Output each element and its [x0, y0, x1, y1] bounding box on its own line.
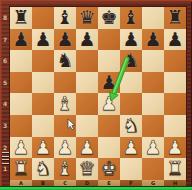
square-a6[interactable] — [10, 50, 32, 72]
piece-black-pawn[interactable]: ♟ — [142, 28, 164, 50]
piece-black-bishop[interactable]: ♝ — [54, 6, 76, 28]
piece-black-bishop[interactable]: ♝ — [120, 6, 142, 28]
square-b4[interactable] — [32, 93, 54, 115]
square-b1[interactable]: ♞ — [32, 158, 54, 180]
piece-black-pawn[interactable]: ♟ — [32, 28, 54, 50]
piece-white-pawn[interactable]: ♟ — [164, 136, 186, 158]
piece-white-pawn[interactable]: ♟ — [76, 136, 98, 158]
square-d8[interactable]: ♛ — [76, 7, 98, 29]
square-a1[interactable]: ♜ — [10, 158, 32, 180]
square-f2[interactable]: ♟ — [120, 137, 142, 159]
square-d7[interactable]: ♟ — [76, 29, 98, 51]
square-h8[interactable]: ♜ — [164, 7, 186, 29]
square-d6[interactable] — [76, 50, 98, 72]
square-h6[interactable] — [164, 50, 186, 72]
square-f1[interactable] — [120, 158, 142, 180]
grip-icon[interactable] — [2, 152, 9, 164]
square-e2[interactable] — [98, 137, 120, 159]
square-e8[interactable]: ♚ — [98, 7, 120, 29]
piece-white-king[interactable]: ♚ — [98, 157, 120, 179]
square-c3[interactable] — [54, 115, 76, 137]
piece-black-rook[interactable]: ♜ — [10, 6, 32, 28]
chess-app-window: { "game": "chess", "window": { "descript… — [0, 0, 192, 190]
rank-label-5: 5 — [0, 72, 10, 94]
square-a3[interactable] — [10, 115, 32, 137]
square-h4[interactable] — [164, 93, 186, 115]
piece-black-queen[interactable]: ♛ — [76, 6, 98, 28]
rank-label-6: 6 — [0, 50, 10, 72]
square-g5[interactable] — [142, 72, 164, 94]
square-g4[interactable] — [142, 93, 164, 115]
square-h3[interactable] — [164, 115, 186, 137]
square-c7[interactable]: ♟ — [54, 29, 76, 51]
piece-white-bishop[interactable]: ♝ — [54, 157, 76, 179]
piece-black-pawn[interactable]: ♟ — [76, 28, 98, 50]
square-c8[interactable]: ♝ — [54, 7, 76, 29]
square-g7[interactable]: ♟ — [142, 29, 164, 51]
rank-label-8: 8 — [0, 7, 10, 29]
rank-label-3: 3 — [0, 115, 10, 137]
square-g8[interactable] — [142, 7, 164, 29]
piece-white-bishop[interactable]: ♝ — [54, 92, 76, 114]
square-d4[interactable] — [76, 93, 98, 115]
square-f6[interactable]: ♞ — [120, 50, 142, 72]
square-e1[interactable]: ♚ — [98, 158, 120, 180]
piece-white-pawn[interactable]: ♟ — [120, 136, 142, 158]
square-a4[interactable] — [10, 93, 32, 115]
piece-white-queen[interactable]: ♛ — [76, 157, 98, 179]
square-g6[interactable] — [142, 50, 164, 72]
square-c1[interactable]: ♝ — [54, 158, 76, 180]
piece-white-pawn[interactable]: ♟ — [10, 136, 32, 158]
square-f4[interactable] — [120, 93, 142, 115]
square-f8[interactable]: ♝ — [120, 7, 142, 29]
square-b7[interactable]: ♟ — [32, 29, 54, 51]
square-e7[interactable] — [98, 29, 120, 51]
piece-black-pawn[interactable]: ♟ — [10, 28, 32, 50]
piece-white-pawn[interactable]: ♟ — [32, 136, 54, 158]
square-c6[interactable]: ♞ — [54, 50, 76, 72]
rank-label-4: 4 — [0, 93, 10, 115]
square-b8[interactable] — [32, 7, 54, 29]
piece-black-pawn[interactable]: ♟ — [120, 28, 142, 50]
square-a2[interactable]: ♟ — [10, 137, 32, 159]
square-g3[interactable] — [142, 115, 164, 137]
square-f7[interactable]: ♟ — [120, 29, 142, 51]
piece-white-knight[interactable]: ♞ — [32, 157, 54, 179]
piece-white-rook[interactable]: ♜ — [10, 157, 32, 179]
square-d3[interactable] — [76, 115, 98, 137]
square-d1[interactable]: ♛ — [76, 158, 98, 180]
square-f5[interactable] — [120, 72, 142, 94]
piece-black-pawn[interactable]: ♟ — [98, 71, 120, 93]
square-g1[interactable] — [142, 158, 164, 180]
square-d2[interactable]: ♟ — [76, 137, 98, 159]
square-b2[interactable]: ♟ — [32, 137, 54, 159]
piece-white-rook[interactable]: ♜ — [164, 157, 186, 179]
square-d5[interactable] — [76, 72, 98, 94]
square-h7[interactable]: ♟ — [164, 29, 186, 51]
square-h5[interactable] — [164, 72, 186, 94]
square-e5[interactable]: ♟ — [98, 72, 120, 94]
piece-black-knight[interactable]: ♞ — [120, 49, 142, 71]
chess-board: ♜♝♛♚♝♜♟♟♟♟♟♟♟♞♞♟♝♟♞♟♟♟♟♟♟♟♜♞♝♛♚♜ — [10, 7, 186, 180]
square-a7[interactable]: ♟ — [10, 29, 32, 51]
piece-white-pawn[interactable]: ♟ — [98, 92, 120, 114]
square-e4[interactable]: ♟ — [98, 93, 120, 115]
bottom-green-bar — [0, 186, 192, 190]
square-g2[interactable]: ♟ — [142, 137, 164, 159]
square-c4[interactable]: ♝ — [54, 93, 76, 115]
square-a5[interactable] — [10, 72, 32, 94]
square-h1[interactable]: ♜ — [164, 158, 186, 180]
piece-white-pawn[interactable]: ♟ — [142, 136, 164, 158]
square-b6[interactable] — [32, 50, 54, 72]
square-b5[interactable] — [32, 72, 54, 94]
square-b3[interactable] — [32, 115, 54, 137]
square-a8[interactable]: ♜ — [10, 7, 32, 29]
piece-white-knight[interactable]: ♞ — [120, 114, 142, 136]
piece-black-king[interactable]: ♚ — [98, 6, 120, 28]
square-f3[interactable]: ♞ — [120, 115, 142, 137]
rank-label-7: 7 — [0, 29, 10, 51]
piece-black-pawn[interactable]: ♟ — [164, 28, 186, 50]
square-e6[interactable] — [98, 50, 120, 72]
square-c2[interactable]: ♟ — [54, 137, 76, 159]
piece-black-knight[interactable]: ♞ — [54, 49, 76, 71]
square-c5[interactable] — [54, 72, 76, 94]
piece-black-rook[interactable]: ♜ — [164, 6, 186, 28]
piece-white-pawn[interactable]: ♟ — [54, 136, 76, 158]
piece-black-pawn[interactable]: ♟ — [54, 28, 76, 50]
square-e3[interactable] — [98, 115, 120, 137]
square-h2[interactable]: ♟ — [164, 137, 186, 159]
